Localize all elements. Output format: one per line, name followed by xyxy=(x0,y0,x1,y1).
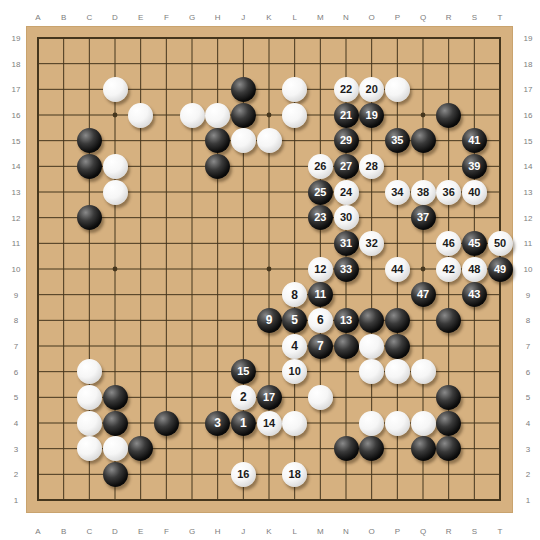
stone-black-N8: 13 xyxy=(334,308,359,333)
row-label-left-10: 10 xyxy=(12,265,21,274)
col-label-bottom-D: D xyxy=(112,527,118,536)
stone-black-H14 xyxy=(205,154,230,179)
stone-black-P7 xyxy=(385,334,410,359)
row-label-right-19: 19 xyxy=(524,34,533,43)
row-label-right-18: 18 xyxy=(524,59,533,68)
stone-white-L4 xyxy=(282,411,307,436)
move-number: 49 xyxy=(494,263,506,274)
move-number: 34 xyxy=(391,186,403,197)
stone-black-T10: 49 xyxy=(488,257,513,282)
move-number: 44 xyxy=(391,263,403,274)
move-number: 15 xyxy=(237,366,249,377)
stone-white-K4: 14 xyxy=(257,411,282,436)
col-label-top-B: B xyxy=(61,13,66,22)
move-number: 27 xyxy=(340,160,352,171)
stone-white-S10: 48 xyxy=(462,257,487,282)
move-number: 28 xyxy=(366,160,378,171)
move-number: 50 xyxy=(494,237,506,248)
stone-white-P13: 34 xyxy=(385,180,410,205)
stone-black-M12: 23 xyxy=(308,205,333,230)
row-label-left-18: 18 xyxy=(12,59,21,68)
row-label-right-3: 3 xyxy=(526,444,530,453)
move-number: 7 xyxy=(317,340,324,352)
move-number: 13 xyxy=(340,314,352,325)
col-label-top-D: D xyxy=(112,13,118,22)
stone-white-J5: 2 xyxy=(231,385,256,410)
move-number: 35 xyxy=(391,135,403,146)
move-number: 17 xyxy=(263,391,275,402)
row-label-left-7: 7 xyxy=(14,342,18,351)
row-label-right-4: 4 xyxy=(526,419,530,428)
stone-white-O17: 20 xyxy=(359,77,384,102)
stone-black-Q3 xyxy=(411,436,436,461)
row-label-left-3: 3 xyxy=(14,444,18,453)
col-label-top-O: O xyxy=(369,13,375,22)
move-number: 31 xyxy=(340,237,352,248)
col-label-bottom-H: H xyxy=(215,527,221,536)
col-label-top-G: G xyxy=(189,13,195,22)
stone-black-S11: 45 xyxy=(462,231,487,256)
row-label-right-2: 2 xyxy=(526,470,530,479)
stone-white-L7: 4 xyxy=(282,334,307,359)
move-number: 21 xyxy=(340,109,352,120)
col-label-bottom-B: B xyxy=(61,527,66,536)
col-label-bottom-S: S xyxy=(472,527,477,536)
row-label-right-7: 7 xyxy=(526,342,530,351)
stone-white-D3 xyxy=(103,436,128,461)
move-number: 4 xyxy=(291,340,298,352)
col-label-bottom-Q: Q xyxy=(420,527,426,536)
star-point-D16 xyxy=(113,113,118,118)
row-label-left-15: 15 xyxy=(12,136,21,145)
move-number: 41 xyxy=(468,135,480,146)
stone-white-J15 xyxy=(231,128,256,153)
stone-white-L17 xyxy=(282,77,307,102)
col-label-top-P: P xyxy=(395,13,400,22)
col-label-top-S: S xyxy=(472,13,477,22)
row-label-right-10: 10 xyxy=(524,265,533,274)
stone-black-D5 xyxy=(103,385,128,410)
stone-black-R4 xyxy=(436,411,461,436)
stone-black-J16 xyxy=(231,103,256,128)
stone-white-P4 xyxy=(385,411,410,436)
stone-white-R11: 46 xyxy=(436,231,461,256)
stone-black-Q12: 37 xyxy=(411,205,436,230)
col-label-bottom-T: T xyxy=(498,527,503,536)
col-label-bottom-K: K xyxy=(266,527,271,536)
row-label-right-12: 12 xyxy=(524,213,533,222)
stone-white-K15 xyxy=(257,128,282,153)
stone-white-M5 xyxy=(308,385,333,410)
move-number: 18 xyxy=(289,468,301,479)
stone-white-P10: 44 xyxy=(385,257,410,282)
stone-black-N11: 31 xyxy=(334,231,359,256)
row-label-left-19: 19 xyxy=(12,34,21,43)
stone-white-O14: 28 xyxy=(359,154,384,179)
col-label-top-F: F xyxy=(164,13,169,22)
col-label-bottom-F: F xyxy=(164,527,169,536)
star-point-K10 xyxy=(267,267,272,272)
go-diagram: AABBCCDDEEFFGGHHJJKKLLMMNNOOPPQQRRSSTT19… xyxy=(0,0,540,540)
stone-white-N12: 30 xyxy=(334,205,359,230)
move-number: 30 xyxy=(340,212,352,223)
col-label-bottom-C: C xyxy=(86,527,92,536)
stone-black-N16: 21 xyxy=(334,103,359,128)
stone-black-Q15 xyxy=(411,128,436,153)
col-label-bottom-M: M xyxy=(317,527,324,536)
stone-black-R16 xyxy=(436,103,461,128)
col-label-top-T: T xyxy=(498,13,503,22)
stone-black-R8 xyxy=(436,308,461,333)
stone-black-F4 xyxy=(154,411,179,436)
star-point-Q10 xyxy=(421,267,426,272)
stone-white-H16 xyxy=(205,103,230,128)
row-label-left-13: 13 xyxy=(12,188,21,197)
move-number: 36 xyxy=(443,186,455,197)
move-number: 9 xyxy=(266,314,273,326)
col-label-bottom-L: L xyxy=(292,527,296,536)
star-point-Q16 xyxy=(421,113,426,118)
move-number: 11 xyxy=(315,289,327,300)
move-number: 46 xyxy=(443,237,455,248)
row-label-right-5: 5 xyxy=(526,393,530,402)
row-label-left-12: 12 xyxy=(12,213,21,222)
move-number: 33 xyxy=(340,263,352,274)
stone-white-E16 xyxy=(128,103,153,128)
stone-black-N14: 27 xyxy=(334,154,359,179)
stone-white-J2: 16 xyxy=(231,462,256,487)
move-number: 25 xyxy=(314,186,326,197)
move-number: 26 xyxy=(314,160,326,171)
stone-white-C6 xyxy=(77,359,102,384)
stone-white-D14 xyxy=(103,154,128,179)
stone-white-M10: 12 xyxy=(308,257,333,282)
row-label-left-17: 17 xyxy=(12,85,21,94)
move-number: 20 xyxy=(366,83,378,94)
move-number: 3 xyxy=(214,417,221,429)
stone-white-T11: 50 xyxy=(488,231,513,256)
stone-white-N13: 24 xyxy=(334,180,359,205)
move-number: 16 xyxy=(237,468,249,479)
move-number: 45 xyxy=(468,237,480,248)
row-label-left-11: 11 xyxy=(12,239,20,248)
row-label-left-8: 8 xyxy=(14,316,18,325)
row-label-right-11: 11 xyxy=(524,239,532,248)
stone-black-P8 xyxy=(385,308,410,333)
move-number: 37 xyxy=(417,212,429,223)
col-label-top-A: A xyxy=(35,13,40,22)
row-label-left-6: 6 xyxy=(14,367,18,376)
stone-black-H4: 3 xyxy=(205,411,230,436)
stone-white-D13 xyxy=(103,180,128,205)
stone-black-M7: 7 xyxy=(308,334,333,359)
stone-white-O4 xyxy=(359,411,384,436)
row-label-right-1: 1 xyxy=(526,496,530,505)
row-label-right-15: 15 xyxy=(524,136,533,145)
move-number: 6 xyxy=(317,314,324,326)
move-number: 22 xyxy=(340,83,352,94)
stone-black-Q9: 47 xyxy=(411,282,436,307)
row-label-right-16: 16 xyxy=(524,111,533,120)
row-label-right-17: 17 xyxy=(524,85,533,94)
stone-black-J6: 15 xyxy=(231,359,256,384)
move-number: 19 xyxy=(366,109,378,120)
move-number: 23 xyxy=(314,212,326,223)
move-number: 1 xyxy=(240,417,247,429)
stone-white-P6 xyxy=(385,359,410,384)
move-number: 10 xyxy=(289,366,301,377)
stone-black-D4 xyxy=(103,411,128,436)
row-label-left-2: 2 xyxy=(14,470,18,479)
stone-black-C15 xyxy=(77,128,102,153)
move-number: 42 xyxy=(443,263,455,274)
row-label-left-5: 5 xyxy=(14,393,18,402)
move-number: 48 xyxy=(468,263,480,274)
stone-white-G16 xyxy=(180,103,205,128)
move-number: 38 xyxy=(417,186,429,197)
move-number: 40 xyxy=(468,186,480,197)
stone-black-S9: 43 xyxy=(462,282,487,307)
move-number: 47 xyxy=(417,289,429,300)
stone-white-C5 xyxy=(77,385,102,410)
stone-black-R5 xyxy=(436,385,461,410)
move-number: 39 xyxy=(468,160,480,171)
col-label-top-N: N xyxy=(343,13,349,22)
stone-black-K5: 17 xyxy=(257,385,282,410)
stone-white-P17 xyxy=(385,77,410,102)
stone-black-L8: 5 xyxy=(282,308,307,333)
row-label-right-14: 14 xyxy=(524,162,533,171)
stone-white-R10: 42 xyxy=(436,257,461,282)
stone-white-C3 xyxy=(77,436,102,461)
col-label-top-M: M xyxy=(317,13,324,22)
stone-white-Q13: 38 xyxy=(411,180,436,205)
col-label-bottom-R: R xyxy=(446,527,452,536)
col-label-top-Q: Q xyxy=(420,13,426,22)
move-number: 43 xyxy=(468,289,480,300)
stone-white-Q6 xyxy=(411,359,436,384)
row-label-right-8: 8 xyxy=(526,316,530,325)
col-label-top-J: J xyxy=(241,13,245,22)
stone-black-N10: 33 xyxy=(334,257,359,282)
row-label-right-6: 6 xyxy=(526,367,530,376)
col-label-bottom-N: N xyxy=(343,527,349,536)
col-label-top-R: R xyxy=(446,13,452,22)
col-label-bottom-O: O xyxy=(369,527,375,536)
stone-black-M9: 11 xyxy=(308,282,333,307)
row-label-left-16: 16 xyxy=(12,111,21,120)
stone-black-O16: 19 xyxy=(359,103,384,128)
stone-black-K8: 9 xyxy=(257,308,282,333)
row-label-right-9: 9 xyxy=(526,290,530,299)
move-number: 29 xyxy=(340,135,352,146)
stone-black-C12 xyxy=(77,205,102,230)
stone-white-M14: 26 xyxy=(308,154,333,179)
row-label-right-13: 13 xyxy=(524,188,533,197)
move-number: 32 xyxy=(366,237,378,248)
move-number: 12 xyxy=(314,263,326,274)
move-number: 8 xyxy=(291,288,298,300)
col-label-top-H: H xyxy=(215,13,221,22)
col-label-top-C: C xyxy=(86,13,92,22)
stone-black-S15: 41 xyxy=(462,128,487,153)
move-number: 5 xyxy=(291,314,298,326)
stone-black-P15: 35 xyxy=(385,128,410,153)
col-label-bottom-J: J xyxy=(241,527,245,536)
stone-white-M8: 6 xyxy=(308,308,333,333)
stone-white-L2: 18 xyxy=(282,462,307,487)
stone-black-O8 xyxy=(359,308,384,333)
stone-black-N3 xyxy=(334,436,359,461)
col-label-top-K: K xyxy=(266,13,271,22)
col-label-bottom-E: E xyxy=(138,527,143,536)
stone-black-S14: 39 xyxy=(462,154,487,179)
stone-white-S13: 40 xyxy=(462,180,487,205)
stone-white-R13: 36 xyxy=(436,180,461,205)
move-number: 14 xyxy=(263,417,275,428)
star-point-K16 xyxy=(267,113,272,118)
col-label-bottom-A: A xyxy=(35,527,40,536)
col-label-top-E: E xyxy=(138,13,143,22)
star-point-D10 xyxy=(113,267,118,272)
stone-white-Q4 xyxy=(411,411,436,436)
stone-black-M13: 25 xyxy=(308,180,333,205)
row-label-left-1: 1 xyxy=(14,496,18,505)
stone-white-L16 xyxy=(282,103,307,128)
stone-white-O11: 32 xyxy=(359,231,384,256)
move-number: 24 xyxy=(340,186,352,197)
stone-white-O7 xyxy=(359,334,384,359)
move-number: 2 xyxy=(240,391,247,403)
stone-black-J17 xyxy=(231,77,256,102)
row-label-left-14: 14 xyxy=(12,162,21,171)
stone-black-N15: 29 xyxy=(334,128,359,153)
col-label-bottom-G: G xyxy=(189,527,195,536)
stone-white-C4 xyxy=(77,411,102,436)
col-label-bottom-P: P xyxy=(395,527,400,536)
stone-black-N7 xyxy=(334,334,359,359)
stone-black-D2 xyxy=(103,462,128,487)
stone-white-N17: 22 xyxy=(334,77,359,102)
stone-black-J4: 1 xyxy=(231,411,256,436)
row-label-left-9: 9 xyxy=(14,290,18,299)
row-label-left-4: 4 xyxy=(14,419,18,428)
col-label-top-L: L xyxy=(292,13,296,22)
stone-white-D17 xyxy=(103,77,128,102)
stone-black-C14 xyxy=(77,154,102,179)
